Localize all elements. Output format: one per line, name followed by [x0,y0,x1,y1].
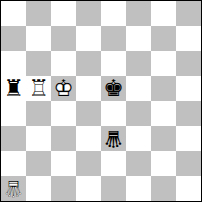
square-b5[interactable]: ♜♖ [26,76,51,101]
square-d6[interactable] [76,51,101,76]
square-h8[interactable] [176,1,201,26]
square-d4[interactable] [76,101,101,126]
square-d2[interactable] [76,151,101,176]
square-h5[interactable] [176,76,201,101]
square-b2[interactable] [26,151,51,176]
square-g4[interactable] [151,101,176,126]
piece-white-rook-b5: ♖ [26,76,51,101]
square-h4[interactable] [176,101,201,126]
square-b7[interactable] [26,26,51,51]
piece-black-king-e5: ♚ [101,76,126,101]
square-h1[interactable] [176,176,201,201]
square-e6[interactable] [101,51,126,76]
square-e1[interactable] [101,176,126,201]
square-f2[interactable] [126,151,151,176]
square-b1[interactable] [26,176,51,201]
square-c1[interactable] [51,176,76,201]
square-g6[interactable] [151,51,176,76]
square-h3[interactable] [176,126,201,151]
square-f7[interactable] [126,26,151,51]
square-f6[interactable] [126,51,151,76]
square-g1[interactable] [151,176,176,201]
white-king-fill: ♚ [51,76,76,101]
square-a7[interactable] [1,26,26,51]
square-g2[interactable] [151,151,176,176]
square-b4[interactable] [26,101,51,126]
square-c2[interactable] [51,151,76,176]
square-f8[interactable] [126,1,151,26]
square-g5[interactable] [151,76,176,101]
square-c5[interactable]: ♚♔ [51,76,76,101]
square-a6[interactable] [1,51,26,76]
piece-white-grasshopper-a1: ♕ [1,176,26,201]
square-a2[interactable] [1,151,26,176]
square-e2[interactable] [101,151,126,176]
piece-white-king-c5: ♔ [51,76,76,101]
square-a3[interactable] [1,126,26,151]
square-e3[interactable]: ♛ [101,126,126,151]
white-grasshopper-fill: ♛ [1,176,26,201]
square-h7[interactable] [176,26,201,51]
square-c3[interactable] [51,126,76,151]
square-e5[interactable]: ♚ [101,76,126,101]
square-c7[interactable] [51,26,76,51]
square-c4[interactable] [51,101,76,126]
white-rook-fill: ♜ [26,76,51,101]
chess-board: ♜♜♖♚♔♚♛♛♕ [0,0,202,202]
square-c6[interactable] [51,51,76,76]
square-a1[interactable]: ♛♕ [1,176,26,201]
square-e7[interactable] [101,26,126,51]
square-d7[interactable] [76,26,101,51]
square-e4[interactable] [101,101,126,126]
square-d3[interactable] [76,126,101,151]
square-d5[interactable] [76,76,101,101]
square-b6[interactable] [26,51,51,76]
square-d1[interactable] [76,176,101,201]
square-f3[interactable] [126,126,151,151]
square-g7[interactable] [151,26,176,51]
square-f1[interactable] [126,176,151,201]
square-f4[interactable] [126,101,151,126]
square-g8[interactable] [151,1,176,26]
square-b3[interactable] [26,126,51,151]
square-h2[interactable] [176,151,201,176]
square-e8[interactable] [101,1,126,26]
piece-black-grasshopper-e3: ♛ [101,126,126,151]
square-h6[interactable] [176,51,201,76]
square-g3[interactable] [151,126,176,151]
square-f5[interactable] [126,76,151,101]
square-a8[interactable] [1,1,26,26]
square-d8[interactable] [76,1,101,26]
square-a5[interactable]: ♜ [1,76,26,101]
square-b8[interactable] [26,1,51,26]
piece-black-rook-a5: ♜ [1,76,26,101]
square-a4[interactable] [1,101,26,126]
square-c8[interactable] [51,1,76,26]
